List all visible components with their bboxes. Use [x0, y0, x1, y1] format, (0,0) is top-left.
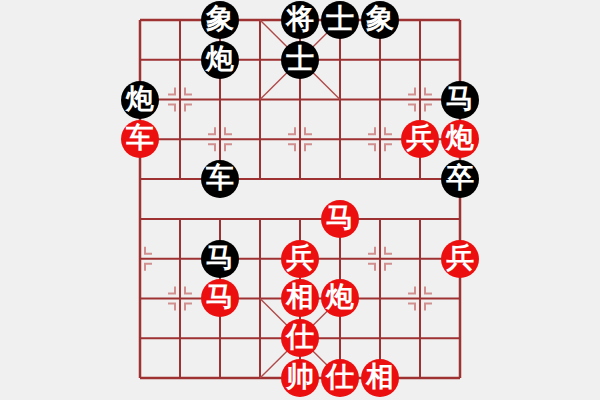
xiangqi-board: 象将士象炮士炮马车兵炮车卒马马兵兵马相炮仕帅仕相 [0, 0, 600, 400]
piece-black-cannon-2[interactable]: 炮 [121, 81, 159, 119]
piece-black-chariot-1[interactable]: 车 [201, 160, 239, 198]
piece-label: 车 [126, 124, 154, 152]
piece-label: 将 [286, 5, 314, 33]
piece-red-cannon-1[interactable]: 炮 [441, 120, 479, 158]
piece-label: 车 [206, 164, 234, 192]
piece-red-advisor-2[interactable]: 仕 [321, 359, 359, 397]
piece-label: 兵 [446, 244, 474, 272]
piece-label: 士 [286, 45, 314, 73]
pieces-layer: 象将士象炮士炮马车兵炮车卒马马兵兵马相炮仕帅仕相 [120, 0, 480, 398]
piece-red-soldier-2[interactable]: 兵 [281, 240, 319, 278]
piece-label: 炮 [206, 45, 234, 73]
piece-label: 相 [366, 363, 394, 391]
piece-black-elephant-2[interactable]: 象 [361, 1, 399, 39]
piece-label: 士 [326, 5, 354, 33]
piece-label: 炮 [446, 124, 474, 152]
piece-label: 仕 [286, 323, 314, 351]
piece-label: 炮 [126, 85, 154, 113]
piece-label: 象 [206, 5, 234, 33]
piece-label: 卒 [446, 164, 474, 192]
piece-black-cannon-1[interactable]: 炮 [201, 41, 239, 79]
piece-label: 炮 [326, 283, 354, 311]
piece-label: 兵 [286, 244, 314, 272]
piece-black-soldier-1[interactable]: 卒 [441, 160, 479, 198]
piece-black-elephant-1[interactable]: 象 [201, 1, 239, 39]
piece-red-elephant-2[interactable]: 相 [361, 359, 399, 397]
piece-red-advisor-1[interactable]: 仕 [281, 319, 319, 357]
piece-label: 帅 [286, 363, 314, 391]
piece-label: 兵 [406, 124, 434, 152]
piece-red-soldier-1[interactable]: 兵 [401, 120, 439, 158]
piece-label: 马 [206, 283, 234, 311]
piece-red-elephant-1[interactable]: 相 [281, 279, 319, 317]
piece-label: 马 [446, 85, 474, 113]
piece-label: 相 [286, 283, 314, 311]
piece-black-advisor-1[interactable]: 士 [321, 1, 359, 39]
piece-label: 马 [326, 204, 354, 232]
piece-black-advisor-2[interactable]: 士 [281, 41, 319, 79]
piece-red-chariot-1[interactable]: 车 [121, 120, 159, 158]
piece-red-general[interactable]: 帅 [281, 359, 319, 397]
piece-red-horse-1[interactable]: 马 [321, 200, 359, 238]
piece-red-horse-2[interactable]: 马 [201, 279, 239, 317]
piece-label: 马 [206, 244, 234, 272]
piece-label: 仕 [326, 363, 354, 391]
piece-red-cannon-2[interactable]: 炮 [321, 279, 359, 317]
piece-black-horse-1[interactable]: 马 [441, 81, 479, 119]
piece-red-soldier-3[interactable]: 兵 [441, 240, 479, 278]
piece-black-horse-2[interactable]: 马 [201, 240, 239, 278]
piece-black-general[interactable]: 将 [281, 1, 319, 39]
piece-label: 象 [366, 5, 394, 33]
